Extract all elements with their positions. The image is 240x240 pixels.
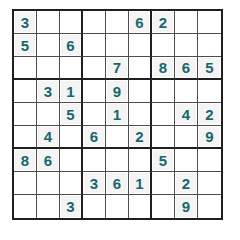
cell-r6c1[interactable] (14, 126, 37, 149)
cell-r7c6[interactable] (129, 149, 152, 172)
cell-r3c2[interactable] (37, 57, 60, 80)
cell-r4c5[interactable]: 9 (106, 80, 129, 103)
cell-r3c7[interactable]: 8 (152, 57, 175, 80)
cell-r2c6[interactable] (129, 34, 152, 57)
cell-r4c9[interactable] (198, 80, 221, 103)
cell-r7c8[interactable] (175, 149, 198, 172)
cell-r1c4[interactable] (83, 11, 106, 34)
cell-r4c4[interactable] (83, 80, 106, 103)
cell-r5c7[interactable] (152, 103, 175, 126)
cell-r2c7[interactable] (152, 34, 175, 57)
cell-r5c9[interactable]: 2 (198, 103, 221, 126)
cell-r5c8[interactable]: 4 (175, 103, 198, 126)
cell-r6c9[interactable]: 9 (198, 126, 221, 149)
cell-r9c8[interactable]: 9 (175, 195, 198, 218)
cell-r7c7[interactable]: 5 (152, 149, 175, 172)
cell-r7c5[interactable] (106, 149, 129, 172)
cell-r8c2[interactable] (37, 172, 60, 195)
cell-r6c5[interactable] (106, 126, 129, 149)
cell-r5c4[interactable] (83, 103, 106, 126)
cell-r3c9[interactable]: 5 (198, 57, 221, 80)
cell-r9c4[interactable] (83, 195, 106, 218)
cell-r8c8[interactable]: 2 (175, 172, 198, 195)
cell-r8c6[interactable]: 1 (129, 172, 152, 195)
cell-r7c9[interactable] (198, 149, 221, 172)
sudoku-page: 36256786531951424629865361239 (0, 0, 240, 240)
cell-r1c6[interactable]: 6 (129, 11, 152, 34)
cell-r4c2[interactable]: 3 (37, 80, 60, 103)
cell-r6c2[interactable]: 4 (37, 126, 60, 149)
cell-r2c4[interactable] (83, 34, 106, 57)
cell-r2c8[interactable] (175, 34, 198, 57)
cell-r8c4[interactable]: 3 (83, 172, 106, 195)
cell-r6c6[interactable]: 2 (129, 126, 152, 149)
cell-r7c1[interactable]: 8 (14, 149, 37, 172)
cell-r7c4[interactable] (83, 149, 106, 172)
cell-r4c6[interactable] (129, 80, 152, 103)
cell-r6c3[interactable] (60, 126, 83, 149)
cell-r3c6[interactable] (129, 57, 152, 80)
cell-r1c3[interactable] (60, 11, 83, 34)
cell-r9c9[interactable] (198, 195, 221, 218)
cell-r1c5[interactable] (106, 11, 129, 34)
cell-r5c3[interactable]: 5 (60, 103, 83, 126)
cell-r3c1[interactable] (14, 57, 37, 80)
cell-r6c8[interactable] (175, 126, 198, 149)
cell-r8c3[interactable] (60, 172, 83, 195)
cell-r1c7[interactable]: 2 (152, 11, 175, 34)
cell-r8c7[interactable] (152, 172, 175, 195)
cell-r5c2[interactable] (37, 103, 60, 126)
cell-r3c3[interactable] (60, 57, 83, 80)
sudoku-board: 36256786531951424629865361239 (12, 9, 223, 220)
cell-r1c2[interactable] (37, 11, 60, 34)
cell-r2c9[interactable] (198, 34, 221, 57)
cell-r4c3[interactable]: 1 (60, 80, 83, 103)
cell-r3c4[interactable] (83, 57, 106, 80)
cell-r7c3[interactable] (60, 149, 83, 172)
cell-r2c5[interactable] (106, 34, 129, 57)
cell-r2c3[interactable]: 6 (60, 34, 83, 57)
cell-r9c2[interactable] (37, 195, 60, 218)
cell-r7c2[interactable]: 6 (37, 149, 60, 172)
cell-r8c9[interactable] (198, 172, 221, 195)
cell-r4c8[interactable] (175, 80, 198, 103)
cell-r3c8[interactable]: 6 (175, 57, 198, 80)
cell-r1c9[interactable] (198, 11, 221, 34)
cell-r1c1[interactable]: 3 (14, 11, 37, 34)
cell-r8c1[interactable] (14, 172, 37, 195)
cell-r2c2[interactable] (37, 34, 60, 57)
cell-r5c1[interactable] (14, 103, 37, 126)
cell-r1c8[interactable] (175, 11, 198, 34)
cell-r8c5[interactable]: 6 (106, 172, 129, 195)
cell-r9c5[interactable] (106, 195, 129, 218)
cell-r6c7[interactable] (152, 126, 175, 149)
cell-r9c1[interactable] (14, 195, 37, 218)
cell-r9c6[interactable] (129, 195, 152, 218)
cell-r2c1[interactable]: 5 (14, 34, 37, 57)
cell-r5c5[interactable]: 1 (106, 103, 129, 126)
cell-r3c5[interactable]: 7 (106, 57, 129, 80)
cell-r6c4[interactable]: 6 (83, 126, 106, 149)
cell-r9c7[interactable] (152, 195, 175, 218)
cell-r9c3[interactable]: 3 (60, 195, 83, 218)
cell-r4c7[interactable] (152, 80, 175, 103)
cell-r4c1[interactable] (14, 80, 37, 103)
cell-r5c6[interactable] (129, 103, 152, 126)
